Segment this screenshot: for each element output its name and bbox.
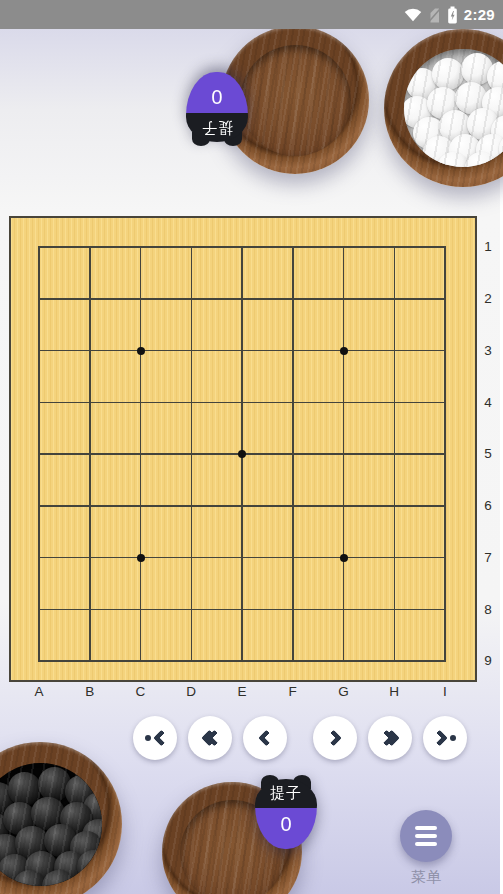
row-label-6: 6 — [478, 480, 498, 532]
menu-label: 菜单 — [396, 868, 456, 887]
row-label-4: 4 — [478, 376, 498, 428]
grid-line — [38, 609, 446, 611]
column-label-c: C — [115, 684, 166, 702]
row-label-2: 2 — [478, 273, 498, 325]
double-chevron-left-icon — [202, 732, 219, 744]
row-label-5: 5 — [478, 428, 498, 480]
black-stone — [77, 850, 102, 883]
top-player-capture-badge: 提子 0 — [186, 72, 248, 146]
column-label-f: F — [267, 684, 318, 702]
column-label-d: D — [166, 684, 217, 702]
battery-charging-icon — [447, 6, 458, 24]
next-move-button[interactable] — [313, 716, 357, 760]
capture-count: 0 — [186, 72, 248, 113]
bottom-left-stone-bowl — [0, 742, 122, 894]
hamburger-icon — [415, 826, 437, 846]
white-stones — [404, 49, 503, 168]
black-stones — [0, 763, 102, 886]
star-point-c3 — [137, 347, 145, 355]
column-label-h: H — [369, 684, 420, 702]
wifi-icon — [404, 7, 422, 22]
star-point-g7 — [340, 554, 348, 562]
grid-line — [38, 505, 446, 507]
grid-line — [394, 246, 396, 662]
top-right-stone-bowl — [384, 29, 503, 187]
column-label-e: E — [217, 684, 268, 702]
go-to-start-button[interactable] — [133, 716, 177, 760]
grid-line — [444, 246, 446, 662]
row-label-7: 7 — [478, 532, 498, 584]
fast-forward-button[interactable] — [368, 716, 412, 760]
bowl-lid-interior — [240, 45, 351, 156]
row-label-1: 1 — [478, 221, 498, 273]
grid-line — [38, 557, 446, 559]
bottom-player-capture-badge: 提子 0 — [255, 775, 317, 849]
fast-backward-button[interactable] — [188, 716, 232, 760]
step-forward-icon — [435, 732, 456, 744]
chevron-right-icon — [329, 732, 341, 744]
capture-count: 0 — [255, 808, 317, 849]
star-point-g3 — [340, 347, 348, 355]
go-to-end-button[interactable] — [423, 716, 467, 760]
grid-line — [292, 246, 294, 662]
go-board — [9, 216, 477, 682]
column-coordinates: ABCDEFGHI — [14, 684, 471, 702]
no-sim-icon — [428, 7, 441, 23]
chevron-left-icon — [259, 732, 271, 744]
grid-line — [343, 246, 345, 662]
clock: 2:29 — [464, 6, 495, 23]
star-point-e5 — [238, 450, 246, 458]
previous-move-button[interactable] — [243, 716, 287, 760]
star-point-c7 — [137, 554, 145, 562]
column-label-i: I — [420, 684, 471, 702]
row-label-3: 3 — [478, 325, 498, 377]
status-bar: 2:29 — [0, 0, 503, 29]
row-label-8: 8 — [478, 583, 498, 635]
column-label-a: A — [14, 684, 65, 702]
menu-button[interactable] — [400, 810, 452, 862]
column-label-g: G — [318, 684, 369, 702]
step-backward-icon — [145, 732, 166, 744]
row-coordinates: 123456789 — [478, 221, 498, 687]
column-label-b: B — [64, 684, 115, 702]
grid-line — [38, 660, 446, 662]
double-chevron-right-icon — [382, 732, 399, 744]
row-label-9: 9 — [478, 635, 498, 687]
